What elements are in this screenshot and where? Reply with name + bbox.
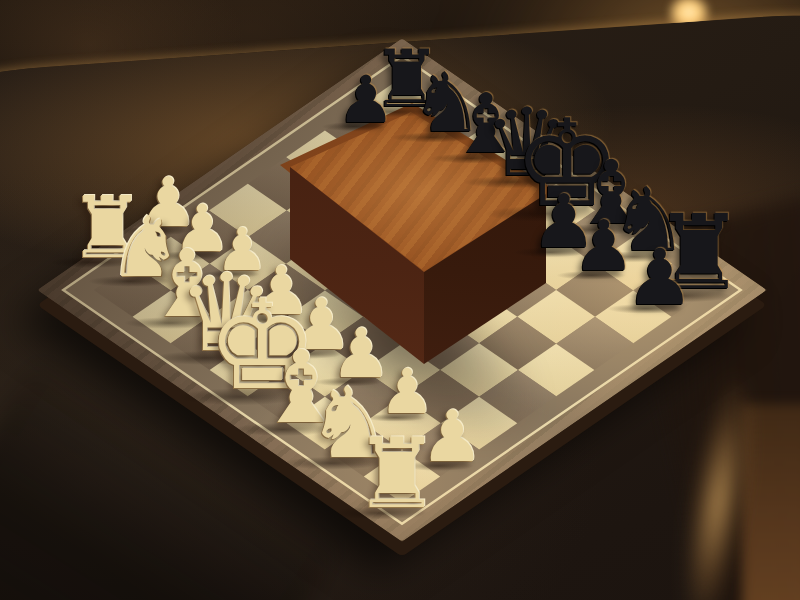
scene: ♜♞♝♛♚♝♞♜♟♟♟♟♟♟♟♟♜♞♝♛♚♝♞♜♟♟♟♟ — [0, 0, 800, 600]
white-rook-glyph: ♜ — [354, 425, 441, 522]
black-pawn-glyph: ♟ — [337, 67, 395, 132]
piece-black-pawn-a7[interactable]: ♟ — [337, 67, 395, 132]
black-pawn-glyph: ♟ — [625, 239, 694, 316]
piece-white-rook-h1[interactable]: ♜ — [354, 425, 441, 522]
piece-black-pawn-h7[interactable]: ♟ — [625, 239, 694, 316]
